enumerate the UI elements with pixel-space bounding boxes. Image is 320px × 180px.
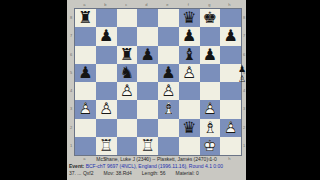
square-d2[interactable] xyxy=(137,119,158,137)
square-g2[interactable]: ♝♗ xyxy=(200,119,221,137)
square-a2[interactable] xyxy=(75,119,96,137)
white-pawn-a3[interactable]: ♟♙ xyxy=(75,100,96,118)
square-g8[interactable]: ♚ xyxy=(200,9,221,27)
square-d8[interactable] xyxy=(137,9,158,27)
black-pawn-icon: ♟ xyxy=(237,64,247,74)
square-a1[interactable] xyxy=(75,137,96,155)
square-f5[interactable]: ♟♙ xyxy=(179,64,200,82)
white-bishop-g2[interactable]: ♝♗ xyxy=(200,119,221,137)
black-pawn-a5[interactable]: ♟ xyxy=(75,64,96,82)
players-line: McShane, Luke J (2340) -- Plaskett, Jame… xyxy=(67,156,246,162)
square-c4[interactable]: ♟♙ xyxy=(117,82,138,100)
rank-label-6: 6 xyxy=(242,46,247,61)
black-knight-c5[interactable]: ♞ xyxy=(117,64,138,82)
chess-board[interactable]: ♜♛♚♟♟♟♜♟♝♟♟♞♟♟♙♟♙♟♙♟♙♟♙♝♗♟♙♛♝♗♟♙♜♖♜♖♚♔ xyxy=(74,8,242,156)
square-c3[interactable] xyxy=(117,100,138,118)
rank-label-1: 1 xyxy=(69,138,74,153)
square-b3[interactable]: ♟♙ xyxy=(96,100,117,118)
black-rook-a8[interactable]: ♜ xyxy=(75,9,96,27)
square-d6[interactable]: ♟ xyxy=(137,46,158,64)
file-label-b: b xyxy=(97,2,114,7)
square-e5[interactable]: ♟ xyxy=(158,64,179,82)
rank-label-2: 2 xyxy=(69,119,74,134)
file-label-c: c xyxy=(118,2,135,7)
square-b5[interactable] xyxy=(96,64,117,82)
file-label-h: h xyxy=(221,2,238,7)
black-bishop-f6[interactable]: ♝ xyxy=(179,46,200,64)
square-e2[interactable] xyxy=(158,119,179,137)
rank-label-2: 2 xyxy=(242,119,247,134)
rank-label-3: 3 xyxy=(242,101,247,116)
chess-diagram-panel: abcdefgh abcdefgh 87654321 87654321 ♜♛♚♟… xyxy=(67,0,246,180)
square-e3[interactable]: ♝♗ xyxy=(158,100,179,118)
square-a5[interactable]: ♟ xyxy=(75,64,96,82)
video-frame: abcdefgh abcdefgh 87654321 87654321 ♜♛♚♟… xyxy=(0,0,320,180)
square-a8[interactable]: ♜ xyxy=(75,9,96,27)
square-c7[interactable] xyxy=(117,27,138,45)
white-king-g1[interactable]: ♚♔ xyxy=(200,137,221,155)
rank-label-3: 3 xyxy=(69,101,74,116)
square-d3[interactable] xyxy=(137,100,158,118)
white-pawn-e4[interactable]: ♟♙ xyxy=(158,82,179,100)
file-labels-top: abcdefgh xyxy=(74,1,240,7)
square-d1[interactable]: ♜♖ xyxy=(137,137,158,155)
square-d7[interactable] xyxy=(137,27,158,45)
square-b8[interactable] xyxy=(96,9,117,27)
square-b4[interactable] xyxy=(96,82,117,100)
rank-label-8: 8 xyxy=(69,10,74,25)
rank-label-8: 8 xyxy=(242,10,247,25)
square-h8[interactable] xyxy=(220,9,241,27)
square-c6[interactable]: ♜ xyxy=(117,46,138,64)
square-d4[interactable] xyxy=(137,82,158,100)
square-e7[interactable] xyxy=(158,27,179,45)
black-queen-f2[interactable]: ♛ xyxy=(179,119,200,137)
white-rook-b1[interactable]: ♜♖ xyxy=(96,137,117,155)
square-b6[interactable] xyxy=(96,46,117,64)
square-h4[interactable] xyxy=(220,82,241,100)
square-f4[interactable] xyxy=(179,82,200,100)
rank-label-7: 7 xyxy=(69,28,74,43)
square-a3[interactable]: ♟♙ xyxy=(75,100,96,118)
game-length: Length: 56 xyxy=(142,170,166,176)
square-c8[interactable] xyxy=(117,9,138,27)
square-e1[interactable] xyxy=(158,137,179,155)
square-a6[interactable] xyxy=(75,46,96,64)
rank-label-7: 7 xyxy=(242,28,247,43)
file-label-g: g xyxy=(201,2,218,7)
event-line: Event: BCF-chT 9697 (4NCL), England (199… xyxy=(69,163,245,169)
square-f1[interactable] xyxy=(179,137,200,155)
material-tray: ♟ ♙ xyxy=(237,64,247,84)
square-b7[interactable]: ♟ xyxy=(96,27,117,45)
square-b1[interactable]: ♜♖ xyxy=(96,137,117,155)
white-pawn-b3[interactable]: ♟♙ xyxy=(96,100,117,118)
black-pawn-e5[interactable]: ♟ xyxy=(158,64,179,82)
black-pawn-f7[interactable]: ♟ xyxy=(179,27,200,45)
file-label-a: a xyxy=(76,2,93,7)
black-king-g8[interactable]: ♚ xyxy=(200,9,221,27)
square-g3[interactable]: ♟♙ xyxy=(200,100,221,118)
rank-label-4: 4 xyxy=(69,83,74,98)
square-b2[interactable] xyxy=(96,119,117,137)
square-h1[interactable] xyxy=(220,137,241,155)
status-line: 37. ... Qxf2 Mov: 38.Rd4 Length: 56 Mate… xyxy=(69,170,245,176)
white-pawn-icon: ♙ xyxy=(237,74,247,84)
black-pawn-g6[interactable]: ♟ xyxy=(200,46,221,64)
square-h2[interactable]: ♟♙ xyxy=(220,119,241,137)
square-h7[interactable]: ♟ xyxy=(220,27,241,45)
square-a4[interactable] xyxy=(75,82,96,100)
square-a7[interactable] xyxy=(75,27,96,45)
rank-label-4: 4 xyxy=(242,83,247,98)
square-e6[interactable] xyxy=(158,46,179,64)
square-f7[interactable]: ♟ xyxy=(179,27,200,45)
event-label: Event: xyxy=(69,163,84,169)
white-pawn-g3[interactable]: ♟♙ xyxy=(200,100,221,118)
square-g7[interactable] xyxy=(200,27,221,45)
square-e4[interactable]: ♟♙ xyxy=(158,82,179,100)
square-c2[interactable] xyxy=(117,119,138,137)
white-rook-d1[interactable]: ♜♖ xyxy=(137,137,158,155)
rank-label-1: 1 xyxy=(242,138,247,153)
square-f2[interactable]: ♛ xyxy=(179,119,200,137)
white-bishop-e3[interactable]: ♝♗ xyxy=(158,100,179,118)
square-h6[interactable] xyxy=(220,46,241,64)
rank-label-6: 6 xyxy=(69,46,74,61)
square-g5[interactable] xyxy=(200,64,221,82)
next-move: Mov: 38.Rd4 xyxy=(103,170,131,176)
material-balance: Material: 0 xyxy=(175,170,198,176)
square-g4[interactable] xyxy=(200,82,221,100)
white-pawn-f5[interactable]: ♟♙ xyxy=(179,64,200,82)
square-f3[interactable] xyxy=(179,100,200,118)
rank-label-5: 5 xyxy=(69,65,74,80)
black-pawn-h7[interactable]: ♟ xyxy=(220,27,241,45)
square-g1[interactable]: ♚♔ xyxy=(200,137,221,155)
black-queen-f8[interactable]: ♛ xyxy=(179,9,200,27)
square-c5[interactable]: ♞ xyxy=(117,64,138,82)
file-label-e: e xyxy=(159,2,176,7)
white-pawn-h2[interactable]: ♟♙ xyxy=(220,119,241,137)
square-e8[interactable] xyxy=(158,9,179,27)
black-pawn-d6[interactable]: ♟ xyxy=(137,46,158,64)
square-g6[interactable]: ♟ xyxy=(200,46,221,64)
white-pawn-c4[interactable]: ♟♙ xyxy=(117,82,138,100)
square-c1[interactable] xyxy=(117,137,138,155)
square-h3[interactable] xyxy=(220,100,241,118)
square-f6[interactable]: ♝ xyxy=(179,46,200,64)
black-rook-c6[interactable]: ♜ xyxy=(117,46,138,64)
black-pawn-b7[interactable]: ♟ xyxy=(96,27,117,45)
file-label-f: f xyxy=(180,2,197,7)
file-label-d: d xyxy=(138,2,155,7)
square-d5[interactable] xyxy=(137,64,158,82)
event-text: BCF-chT 9697 (4NCL), England (1996.11.16… xyxy=(84,163,223,169)
last-move: 37. ... Qxf2 xyxy=(69,170,93,176)
square-f8[interactable]: ♛ xyxy=(179,9,200,27)
